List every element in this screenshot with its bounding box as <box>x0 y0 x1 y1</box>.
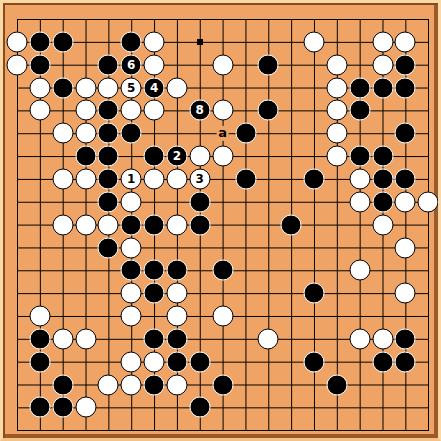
stone-black <box>52 374 73 395</box>
stone-white <box>121 374 142 395</box>
stone-white <box>326 146 347 167</box>
stone-black <box>144 260 165 281</box>
stone-white <box>121 306 142 327</box>
move-number-label: 5 <box>127 82 135 94</box>
stone-black <box>29 31 50 52</box>
stone-black <box>144 146 165 167</box>
square-marker-icon <box>197 39 203 45</box>
stone-black <box>395 168 416 189</box>
stone-white <box>372 31 393 52</box>
stone-black <box>189 397 210 418</box>
stone-white <box>304 31 325 52</box>
stone-white <box>166 77 187 98</box>
stone-white <box>212 306 233 327</box>
stone-white <box>98 214 119 235</box>
stone-black <box>304 283 325 304</box>
stone-white <box>52 214 73 235</box>
stone-black <box>372 146 393 167</box>
stone-black <box>372 351 393 372</box>
stone-white <box>144 31 165 52</box>
stone-white <box>121 191 142 212</box>
stone-black <box>212 374 233 395</box>
stone-black <box>98 100 119 121</box>
stone-white <box>29 100 50 121</box>
stone-white <box>395 31 416 52</box>
stone-black <box>395 328 416 349</box>
stone-black <box>235 123 256 144</box>
stone-black <box>235 168 256 189</box>
stone-white <box>98 77 119 98</box>
stone-black <box>281 214 302 235</box>
stone-black <box>29 328 50 349</box>
stone-white <box>7 54 28 75</box>
stone-black <box>189 351 210 372</box>
stone-white <box>395 283 416 304</box>
stone-white <box>75 77 96 98</box>
stone-white <box>326 54 347 75</box>
stone-black <box>349 100 370 121</box>
stone-black <box>395 54 416 75</box>
stone-black <box>372 168 393 189</box>
stone-black <box>166 328 187 349</box>
stone-white <box>189 146 210 167</box>
stone-white <box>29 306 50 327</box>
stone-black <box>75 146 96 167</box>
stone-black <box>166 260 187 281</box>
stone-white <box>121 237 142 258</box>
stone-white <box>98 374 119 395</box>
stone-black <box>144 283 165 304</box>
stone-black <box>258 54 279 75</box>
stone-white <box>349 328 370 349</box>
move-number-label: 8 <box>196 104 204 116</box>
stone-white <box>121 100 142 121</box>
stone-black <box>349 77 370 98</box>
stone-white <box>166 214 187 235</box>
stone-white <box>372 328 393 349</box>
stone-white <box>326 123 347 144</box>
stone-white <box>75 123 96 144</box>
stone-black <box>395 77 416 98</box>
stone-black <box>189 214 210 235</box>
stone-white <box>395 237 416 258</box>
stone-white <box>144 168 165 189</box>
stone-black <box>349 146 370 167</box>
stone-black <box>121 260 142 281</box>
stone-black <box>29 351 50 372</box>
stone-black <box>98 123 119 144</box>
stone-black <box>395 123 416 144</box>
stone-black <box>29 397 50 418</box>
stone-black <box>372 191 393 212</box>
stone-white <box>166 306 187 327</box>
move-number-label: 2 <box>173 150 181 162</box>
stone-white <box>349 191 370 212</box>
stone-white <box>395 191 416 212</box>
stone-black <box>144 374 165 395</box>
stone-black <box>121 31 142 52</box>
stone-white <box>144 351 165 372</box>
stone-white <box>166 283 187 304</box>
stone-white <box>372 214 393 235</box>
stone-white <box>144 54 165 75</box>
move-number-label: 6 <box>127 59 135 71</box>
stone-white <box>212 146 233 167</box>
stone-white <box>75 328 96 349</box>
stone-white <box>166 374 187 395</box>
stone-black <box>98 191 119 212</box>
stone-black <box>144 214 165 235</box>
stone-white <box>349 260 370 281</box>
go-board: 1234568a <box>0 0 441 441</box>
stone-white <box>326 100 347 121</box>
stone-white <box>75 100 96 121</box>
stone-black <box>372 77 393 98</box>
stone-white <box>166 168 187 189</box>
stone-black <box>52 77 73 98</box>
stone-white <box>372 54 393 75</box>
stone-white <box>52 328 73 349</box>
move-number-label: 1 <box>127 173 135 185</box>
stone-black <box>304 168 325 189</box>
stone-white <box>75 214 96 235</box>
stone-black <box>258 100 279 121</box>
stone-black <box>326 374 347 395</box>
stone-white <box>418 191 439 212</box>
stone-black <box>212 260 233 281</box>
stone-black <box>144 328 165 349</box>
stone-white <box>212 54 233 75</box>
stone-black <box>304 351 325 372</box>
stone-white <box>212 100 233 121</box>
stone-black <box>52 397 73 418</box>
stone-white <box>349 168 370 189</box>
stone-black <box>29 54 50 75</box>
stone-white <box>326 77 347 98</box>
stone-black <box>395 351 416 372</box>
stone-white <box>121 283 142 304</box>
stone-black <box>98 146 119 167</box>
point-label-a: a <box>216 126 229 140</box>
stone-black <box>166 351 187 372</box>
stone-black <box>121 123 142 144</box>
stone-black <box>121 214 142 235</box>
move-number-label: 4 <box>150 82 158 94</box>
stone-white <box>144 100 165 121</box>
stone-black <box>98 237 119 258</box>
move-number-label: 3 <box>196 173 204 185</box>
stone-white <box>75 397 96 418</box>
stone-black <box>98 168 119 189</box>
stone-white <box>52 123 73 144</box>
stone-white <box>121 351 142 372</box>
stone-black <box>98 54 119 75</box>
stone-black <box>189 191 210 212</box>
stone-white <box>75 168 96 189</box>
stone-white <box>7 31 28 52</box>
stone-white <box>29 77 50 98</box>
stone-black <box>52 31 73 52</box>
stone-white <box>52 168 73 189</box>
stone-white <box>258 328 279 349</box>
